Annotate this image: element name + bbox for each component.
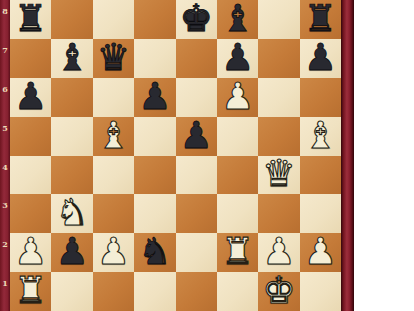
chess-diagram: 87654321 ♜♚♝♜♝♛♟♟♟♟♟♝♟♝♛♞♟♟♟♞♜♟♟♜♚ — [0, 0, 414, 311]
square-g3[interactable] — [258, 194, 299, 233]
square-b8[interactable] — [51, 0, 92, 39]
square-d4[interactable] — [134, 156, 175, 195]
square-f5[interactable] — [217, 117, 258, 156]
square-b4[interactable] — [51, 156, 92, 195]
square-b2[interactable]: ♟ — [51, 233, 92, 272]
square-a6[interactable]: ♟ — [10, 78, 51, 117]
square-e3[interactable] — [176, 194, 217, 233]
square-a4[interactable] — [10, 156, 51, 195]
square-a5[interactable] — [10, 117, 51, 156]
piece-white-bishop: ♝ — [93, 116, 134, 155]
piece-white-pawn: ♟ — [258, 232, 299, 271]
square-d5[interactable] — [134, 117, 175, 156]
square-g1[interactable]: ♚ — [258, 272, 299, 311]
piece-white-queen: ♛ — [258, 155, 299, 194]
square-f8[interactable]: ♝ — [217, 0, 258, 39]
square-e6[interactable] — [176, 78, 217, 117]
piece-black-pawn: ♟ — [217, 38, 258, 77]
square-c4[interactable] — [93, 156, 134, 195]
square-a1[interactable]: ♜ — [10, 272, 51, 311]
square-b6[interactable] — [51, 78, 92, 117]
square-h3[interactable] — [300, 194, 341, 233]
rank-label-5: 5 — [0, 123, 10, 133]
piece-white-bishop: ♝ — [300, 116, 341, 155]
square-g5[interactable] — [258, 117, 299, 156]
square-e5[interactable]: ♟ — [176, 117, 217, 156]
piece-white-pawn: ♟ — [93, 232, 134, 271]
piece-black-rook: ♜ — [10, 0, 51, 38]
piece-black-bishop: ♝ — [217, 0, 258, 38]
square-e8[interactable]: ♚ — [176, 0, 217, 39]
square-e4[interactable] — [176, 156, 217, 195]
square-g7[interactable] — [258, 39, 299, 78]
rank-label-8: 8 — [0, 6, 10, 16]
square-h1[interactable] — [300, 272, 341, 311]
square-f4[interactable] — [217, 156, 258, 195]
piece-black-pawn: ♟ — [10, 77, 51, 116]
chess-board: ♜♚♝♜♝♛♟♟♟♟♟♝♟♝♛♞♟♟♟♞♜♟♟♜♚ — [10, 0, 341, 311]
square-h2[interactable]: ♟ — [300, 233, 341, 272]
square-g4[interactable]: ♛ — [258, 156, 299, 195]
square-c7[interactable]: ♛ — [93, 39, 134, 78]
square-b1[interactable] — [51, 272, 92, 311]
square-e7[interactable] — [176, 39, 217, 78]
square-g2[interactable]: ♟ — [258, 233, 299, 272]
piece-black-bishop: ♝ — [51, 38, 92, 77]
square-h7[interactable]: ♟ — [300, 39, 341, 78]
square-b7[interactable]: ♝ — [51, 39, 92, 78]
square-a7[interactable] — [10, 39, 51, 78]
square-f3[interactable] — [217, 194, 258, 233]
square-d6[interactable]: ♟ — [134, 78, 175, 117]
square-d8[interactable] — [134, 0, 175, 39]
board-right-edge — [341, 0, 354, 311]
square-c1[interactable] — [93, 272, 134, 311]
square-a2[interactable]: ♟ — [10, 233, 51, 272]
square-d2[interactable]: ♞ — [134, 233, 175, 272]
square-b5[interactable] — [51, 117, 92, 156]
square-e2[interactable] — [176, 233, 217, 272]
square-a8[interactable]: ♜ — [10, 0, 51, 39]
piece-black-king: ♚ — [176, 0, 217, 38]
square-h5[interactable]: ♝ — [300, 117, 341, 156]
rank-label-1: 1 — [0, 278, 10, 288]
piece-white-rook: ♜ — [10, 271, 51, 310]
piece-black-pawn: ♟ — [300, 38, 341, 77]
piece-white-pawn: ♟ — [217, 77, 258, 116]
piece-white-king: ♚ — [258, 271, 299, 310]
rank-label-7: 7 — [0, 45, 10, 55]
piece-black-rook: ♜ — [300, 0, 341, 38]
square-d7[interactable] — [134, 39, 175, 78]
rank-label-4: 4 — [0, 162, 10, 172]
square-h4[interactable] — [300, 156, 341, 195]
piece-black-pawn: ♟ — [176, 116, 217, 155]
piece-white-pawn: ♟ — [10, 232, 51, 271]
square-c3[interactable] — [93, 194, 134, 233]
square-f2[interactable]: ♜ — [217, 233, 258, 272]
square-b3[interactable]: ♞ — [51, 194, 92, 233]
piece-black-knight: ♞ — [134, 232, 175, 271]
square-a3[interactable] — [10, 194, 51, 233]
square-c6[interactable] — [93, 78, 134, 117]
square-c8[interactable] — [93, 0, 134, 39]
rank-label-6: 6 — [0, 84, 10, 94]
rank-label-3: 3 — [0, 200, 10, 210]
piece-black-queen: ♛ — [93, 38, 134, 77]
square-h8[interactable]: ♜ — [300, 0, 341, 39]
square-g6[interactable] — [258, 78, 299, 117]
rank-number-strip: 87654321 — [0, 0, 10, 311]
square-d3[interactable] — [134, 194, 175, 233]
piece-white-knight: ♞ — [51, 193, 92, 232]
piece-black-pawn: ♟ — [51, 232, 92, 271]
square-f7[interactable]: ♟ — [217, 39, 258, 78]
piece-white-pawn: ♟ — [300, 232, 341, 271]
square-c2[interactable]: ♟ — [93, 233, 134, 272]
square-e1[interactable] — [176, 272, 217, 311]
rank-label-2: 2 — [0, 239, 10, 249]
piece-black-pawn: ♟ — [134, 77, 175, 116]
square-f1[interactable] — [217, 272, 258, 311]
piece-white-rook: ♜ — [217, 232, 258, 271]
square-f6[interactable]: ♟ — [217, 78, 258, 117]
square-c5[interactable]: ♝ — [93, 117, 134, 156]
square-g8[interactable] — [258, 0, 299, 39]
square-h6[interactable] — [300, 78, 341, 117]
square-d1[interactable] — [134, 272, 175, 311]
